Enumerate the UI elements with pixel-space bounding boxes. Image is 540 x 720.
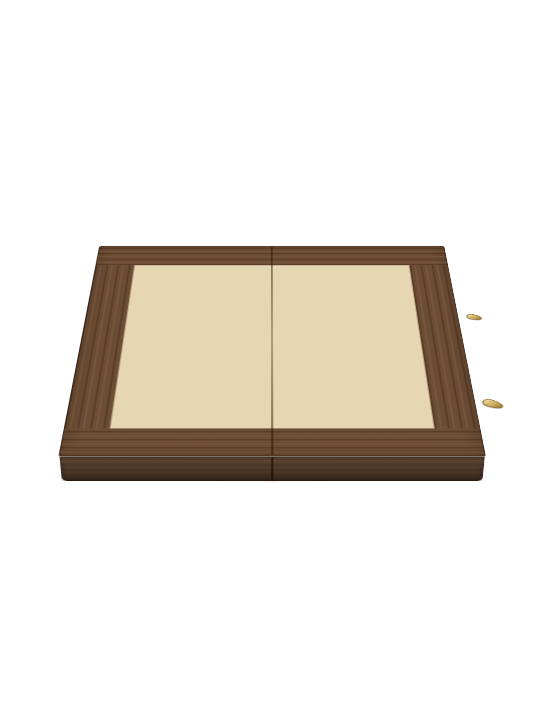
product-photo-scene xyxy=(0,0,540,720)
brass-clasp-near xyxy=(480,398,505,411)
board-front-face xyxy=(60,456,485,481)
chess-board xyxy=(58,246,486,456)
brass-clasp-far xyxy=(465,313,483,321)
fold-seam-front xyxy=(271,457,273,481)
